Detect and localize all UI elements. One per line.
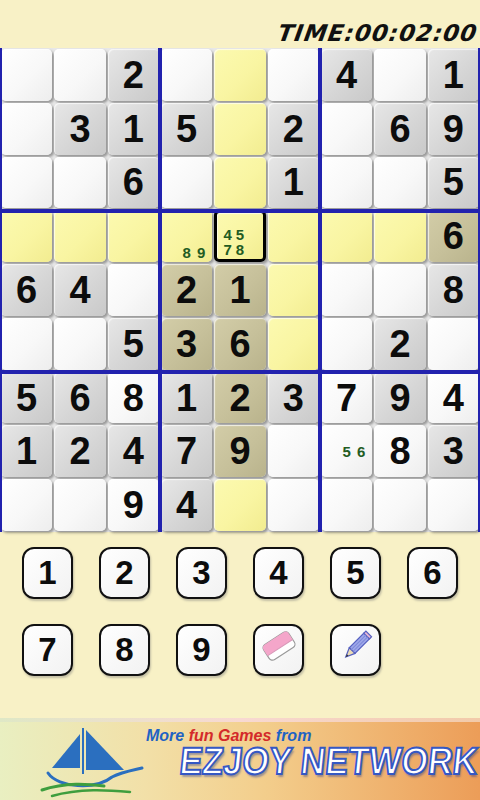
sudoku-board: 2413152696158945786642185362568123794124…	[0, 48, 480, 532]
cell-r6c7[interactable]	[321, 318, 372, 370]
cell-value: 1	[283, 163, 304, 201]
pencil-mark-slot	[179, 228, 193, 244]
cell-value: 2	[283, 110, 304, 148]
cell-r5c2[interactable]: 4	[54, 264, 105, 316]
cell-r4c8[interactable]	[374, 210, 425, 262]
cell-r4c3[interactable]	[108, 210, 159, 262]
cell-r4c2[interactable]	[54, 210, 105, 262]
cell-value: 4	[123, 432, 144, 470]
pencil-mark-slot: 8	[179, 244, 193, 260]
cell-r2c9[interactable]: 9	[428, 103, 479, 155]
sudoku-app: { "game": "sudoku", "position": "0020004…	[0, 0, 480, 800]
timer-label: TIME:	[274, 20, 354, 46]
pencil-mark-slot	[165, 212, 179, 228]
cell-value: 6	[69, 379, 90, 417]
cell-r5c5[interactable]: 1	[214, 264, 265, 316]
cell-r8c2[interactable]: 2	[54, 425, 105, 477]
cell-r2c5[interactable]	[214, 103, 265, 155]
cell-r1c5[interactable]	[214, 49, 265, 101]
cell-r4c5[interactable]: 4578	[214, 210, 265, 262]
cell-value: 4	[176, 486, 197, 524]
pencil-mark-slot	[194, 212, 208, 228]
cell-r8c9[interactable]: 3	[428, 425, 479, 477]
cell-r3c3[interactable]: 6	[108, 157, 159, 209]
pencil-mark-slot	[339, 427, 353, 443]
cell-r9c8[interactable]	[374, 479, 425, 531]
cell-r1c6[interactable]	[268, 49, 319, 101]
cell-r8c1[interactable]: 1	[1, 425, 52, 477]
cell-r5c3[interactable]	[108, 264, 159, 316]
digit-button-9[interactable]: 9	[176, 624, 227, 676]
pencil-mark-slot	[325, 459, 339, 475]
cell-r3c8[interactable]	[374, 157, 425, 209]
cell-r7c4[interactable]: 1	[161, 372, 212, 424]
cell-value: 6	[443, 217, 464, 255]
digit-button-7[interactable]: 7	[22, 624, 73, 676]
cell-r3c5[interactable]	[214, 157, 265, 209]
cell-r7c5[interactable]: 2	[214, 372, 265, 424]
cell-value: 4	[69, 271, 90, 309]
cell-value: 6	[123, 163, 144, 201]
cell-r6c3[interactable]: 5	[108, 318, 159, 370]
pencil-mark-slot	[179, 212, 193, 228]
keypad-row-1: 123456	[0, 547, 480, 599]
cell-r1c2[interactable]	[54, 49, 105, 101]
cell-value: 9	[443, 110, 464, 148]
eraser-icon	[259, 626, 299, 674]
cell-r4c9[interactable]: 6	[428, 210, 479, 262]
cell-r3c6[interactable]: 1	[268, 157, 319, 209]
cell-value: 3	[443, 432, 464, 470]
cell-r5c4[interactable]: 2	[161, 264, 212, 316]
cell-r1c4[interactable]	[161, 49, 212, 101]
digit-button-2[interactable]: 2	[99, 547, 150, 599]
cell-r3c2[interactable]	[54, 157, 105, 209]
cell-r6c4[interactable]: 3	[161, 318, 212, 370]
cell-r7c8[interactable]: 9	[374, 372, 425, 424]
pencil-mark-slot	[325, 443, 339, 459]
cell-r7c7[interactable]: 7	[321, 372, 372, 424]
timer-value: 00:02:00	[351, 20, 476, 46]
cell-r9c3[interactable]: 9	[108, 479, 159, 531]
pencil-mark-slot	[354, 459, 368, 475]
cell-r8c6[interactable]	[268, 425, 319, 477]
pencil-mark-slot: 7	[221, 242, 233, 257]
cell-r5c8[interactable]	[374, 264, 425, 316]
pencil-mark-slot	[165, 244, 179, 260]
cell-value: 1	[229, 271, 250, 309]
cell-value: 2	[69, 432, 90, 470]
cell-r8c5[interactable]: 9	[214, 425, 265, 477]
pencil-mark-slot: 5	[234, 227, 246, 242]
pencil-mark-slot	[246, 227, 258, 242]
cell-r2c3[interactable]: 1	[108, 103, 159, 155]
pencil-button[interactable]	[330, 624, 381, 676]
pencil-mark-slot	[325, 427, 339, 443]
cell-value: 5	[16, 379, 37, 417]
cell-value: 3	[69, 110, 90, 148]
pencil-marks: 4578	[221, 215, 258, 257]
pencil-mark-slot	[194, 228, 208, 244]
digit-button-4[interactable]: 4	[253, 547, 304, 599]
cell-r3c9[interactable]: 5	[428, 157, 479, 209]
cell-value: 7	[176, 432, 197, 470]
cell-r9c2[interactable]	[54, 479, 105, 531]
cell-value: 1	[123, 110, 144, 148]
cell-r5c6[interactable]	[268, 264, 319, 316]
cell-r2c4[interactable]: 5	[161, 103, 212, 155]
banner-brand-text: EZJOY NETWORK	[177, 740, 479, 783]
digit-button-8[interactable]: 8	[99, 624, 150, 676]
pencil-marks: 56	[325, 427, 368, 475]
cell-r9c7[interactable]	[321, 479, 372, 531]
cell-r7c2[interactable]: 6	[54, 372, 105, 424]
pencil-mark-slot	[165, 228, 179, 244]
cell-r5c9[interactable]: 8	[428, 264, 479, 316]
ad-banner[interactable]: More fun Games from EZJOY NETWORK	[0, 722, 480, 800]
cell-r5c1[interactable]: 6	[1, 264, 52, 316]
cell-r6c8[interactable]: 2	[374, 318, 425, 370]
cell-r2c1[interactable]	[1, 103, 52, 155]
cell-value: 2	[123, 56, 144, 94]
cell-r9c9[interactable]	[428, 479, 479, 531]
cell-r4c6[interactable]	[268, 210, 319, 262]
cell-value: 4	[443, 379, 464, 417]
cell-r4c1[interactable]	[1, 210, 52, 262]
cell-value: 8	[389, 432, 410, 470]
digit-button-5[interactable]: 5	[330, 547, 381, 599]
cell-r8c7[interactable]: 56	[321, 425, 372, 477]
cell-r6c5[interactable]: 6	[214, 318, 265, 370]
cell-r4c4[interactable]: 89	[161, 210, 212, 262]
pencil-mark-slot: 4	[221, 227, 233, 242]
cell-value: 1	[443, 56, 464, 94]
cell-r1c3[interactable]: 2	[108, 49, 159, 101]
cell-r2c7[interactable]	[321, 103, 372, 155]
pencil-mark-slot: 8	[234, 242, 246, 257]
cell-value: 6	[389, 110, 410, 148]
pencil-mark-slot	[246, 242, 258, 257]
cell-r2c2[interactable]: 3	[54, 103, 105, 155]
cell-value: 7	[336, 379, 357, 417]
cell-r6c1[interactable]	[1, 318, 52, 370]
cell-r9c1[interactable]	[1, 479, 52, 531]
cell-r6c2[interactable]	[54, 318, 105, 370]
cell-value: 6	[16, 271, 37, 309]
cell-r3c4[interactable]	[161, 157, 212, 209]
cell-r2c6[interactable]: 2	[268, 103, 319, 155]
cell-r1c1[interactable]	[1, 49, 52, 101]
cell-r3c1[interactable]	[1, 157, 52, 209]
pencil-mark-slot	[339, 459, 353, 475]
cell-r2c8[interactable]: 6	[374, 103, 425, 155]
cell-r8c8[interactable]: 8	[374, 425, 425, 477]
cell-value: 5	[176, 110, 197, 148]
cell-r6c9[interactable]	[428, 318, 479, 370]
pencil-mark-slot	[354, 427, 368, 443]
cell-r8c4[interactable]: 7	[161, 425, 212, 477]
cell-value: 5	[123, 325, 144, 363]
pencil-mark-slot: 5	[339, 443, 353, 459]
cell-value: 1	[16, 432, 37, 470]
cell-value: 5	[443, 163, 464, 201]
cell-value: 8	[443, 271, 464, 309]
cell-value: 9	[123, 486, 144, 524]
cell-r7c6[interactable]: 3	[268, 372, 319, 424]
cell-value: 3	[283, 379, 304, 417]
eraser-button[interactable]	[253, 624, 304, 676]
cell-r1c8[interactable]	[374, 49, 425, 101]
cell-value: 2	[389, 325, 410, 363]
cell-r9c6[interactable]	[268, 479, 319, 531]
cell-value: 9	[229, 432, 250, 470]
cell-value: 1	[176, 379, 197, 417]
cell-r1c7[interactable]: 4	[321, 49, 372, 101]
pencil-mark-slot: 6	[354, 443, 368, 459]
cell-value: 4	[336, 56, 357, 94]
cell-r1c9[interactable]: 1	[428, 49, 479, 101]
cell-r8c3[interactable]: 4	[108, 425, 159, 477]
sailboat-logo	[38, 724, 148, 800]
pencil-mark-slot: 9	[194, 244, 208, 260]
cell-value: 3	[176, 325, 197, 363]
cell-r4c7[interactable]	[321, 210, 372, 262]
cell-r7c3[interactable]: 8	[108, 372, 159, 424]
cell-value: 2	[229, 379, 250, 417]
cell-r7c1[interactable]: 5	[1, 372, 52, 424]
digit-button-1[interactable]: 1	[22, 547, 73, 599]
cell-r7c9[interactable]: 4	[428, 372, 479, 424]
cell-r5c7[interactable]	[321, 264, 372, 316]
pencil-marks: 89	[165, 212, 208, 260]
digit-button-3[interactable]: 3	[176, 547, 227, 599]
cell-r9c4[interactable]: 4	[161, 479, 212, 531]
digit-button-6[interactable]: 6	[407, 547, 458, 599]
cell-r6c6[interactable]	[268, 318, 319, 370]
pencil-icon	[336, 626, 376, 674]
game-timer: TIME:00:02:00	[274, 20, 476, 46]
cell-value: 8	[123, 379, 144, 417]
pencil-mark-slot	[246, 215, 258, 227]
cell-value: 2	[176, 271, 197, 309]
keypad-row-2: 789	[0, 624, 480, 676]
cell-value: 9	[389, 379, 410, 417]
cell-value: 6	[229, 325, 250, 363]
cell-r9c5[interactable]	[214, 479, 265, 531]
cell-r3c7[interactable]	[321, 157, 372, 209]
